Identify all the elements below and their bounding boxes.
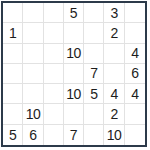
cell-r4c2[interactable]	[23, 64, 43, 84]
cell-r6c1[interactable]	[3, 104, 23, 124]
cell-r7c5[interactable]	[84, 125, 104, 145]
cell-r5c4[interactable]: 10	[64, 84, 84, 104]
cell-r3c2[interactable]	[23, 44, 43, 64]
cell-r4c1[interactable]	[3, 64, 23, 84]
cell-r2c4[interactable]	[64, 23, 84, 43]
cell-r1c1[interactable]	[3, 3, 23, 23]
cell-r2c3[interactable]	[44, 23, 64, 43]
cell-r3c6[interactable]	[104, 44, 124, 64]
cell-r3c4[interactable]: 10	[64, 44, 84, 64]
cell-r7c4[interactable]: 7	[64, 125, 84, 145]
cell-r7c1[interactable]: 5	[3, 125, 23, 145]
cell-r3c7[interactable]: 4	[125, 44, 145, 64]
cell-r4c5[interactable]: 7	[84, 64, 104, 84]
cell-r3c1[interactable]	[3, 44, 23, 64]
cell-r2c5[interactable]	[84, 23, 104, 43]
cell-r1c5[interactable]	[84, 3, 104, 23]
cell-r6c4[interactable]	[64, 104, 84, 124]
cell-r2c2[interactable]	[23, 23, 43, 43]
cell-r7c3[interactable]	[44, 125, 64, 145]
cell-r6c6[interactable]: 2	[104, 104, 124, 124]
puzzle-board: 5312104761054410256710	[1, 1, 147, 147]
cell-r5c3[interactable]	[44, 84, 64, 104]
puzzle-screenshot: 5312104761054410256710	[0, 0, 150, 150]
cell-r6c7[interactable]	[125, 104, 145, 124]
cell-r4c7[interactable]: 6	[125, 64, 145, 84]
cell-r2c7[interactable]	[125, 23, 145, 43]
cell-r3c5[interactable]	[84, 44, 104, 64]
cell-r1c3[interactable]	[44, 3, 64, 23]
cell-r7c7[interactable]	[125, 125, 145, 145]
cell-r2c1[interactable]: 1	[3, 23, 23, 43]
cell-r5c2[interactable]	[23, 84, 43, 104]
cell-r5c1[interactable]	[3, 84, 23, 104]
cell-r6c2[interactable]: 10	[23, 104, 43, 124]
cell-r2c6[interactable]: 2	[104, 23, 124, 43]
cell-r1c7[interactable]	[125, 3, 145, 23]
cell-r1c2[interactable]	[23, 3, 43, 23]
cell-r5c7[interactable]: 4	[125, 84, 145, 104]
cell-r5c6[interactable]: 4	[104, 84, 124, 104]
cell-r6c5[interactable]	[84, 104, 104, 124]
cell-r6c3[interactable]	[44, 104, 64, 124]
cell-r1c6[interactable]: 3	[104, 3, 124, 23]
cell-r4c4[interactable]	[64, 64, 84, 84]
cell-r3c3[interactable]	[44, 44, 64, 64]
cell-r1c4[interactable]: 5	[64, 3, 84, 23]
cell-r5c5[interactable]: 5	[84, 84, 104, 104]
cell-r4c6[interactable]	[104, 64, 124, 84]
cell-r7c2[interactable]: 6	[23, 125, 43, 145]
cell-r4c3[interactable]	[44, 64, 64, 84]
cell-r7c6[interactable]: 10	[104, 125, 124, 145]
